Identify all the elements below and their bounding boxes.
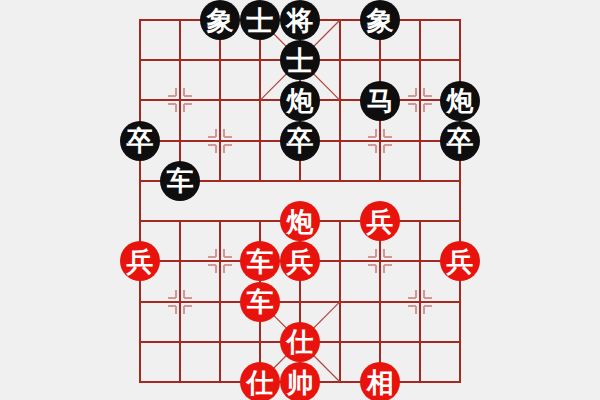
- piece-black-chariot[interactable]: 车: [160, 161, 200, 201]
- board-point[interactable]: 车: [160, 161, 200, 201]
- board-point[interactable]: [320, 241, 360, 281]
- board-point[interactable]: 炮: [280, 201, 320, 241]
- piece-black-soldier[interactable]: 卒: [440, 121, 480, 161]
- piece-red-soldier[interactable]: 兵: [280, 241, 320, 281]
- piece-black-elephant[interactable]: 象: [360, 0, 400, 40]
- board-point[interactable]: 将: [280, 0, 320, 40]
- board-point[interactable]: [400, 40, 440, 80]
- board-point[interactable]: [120, 282, 160, 322]
- piece-black-soldier[interactable]: 卒: [120, 121, 160, 161]
- board-point[interactable]: 象: [200, 0, 240, 40]
- board-point[interactable]: [400, 201, 440, 241]
- board-point[interactable]: [160, 201, 200, 241]
- board-point[interactable]: [320, 121, 360, 161]
- piece-black-elephant[interactable]: 象: [200, 0, 240, 40]
- board-point[interactable]: [200, 201, 240, 241]
- board-point[interactable]: [440, 201, 480, 241]
- piece-red-soldier[interactable]: 兵: [440, 241, 480, 281]
- board-point[interactable]: [360, 161, 400, 201]
- board-point[interactable]: [200, 80, 240, 120]
- piece-red-soldier[interactable]: 兵: [360, 201, 400, 241]
- board-point[interactable]: [400, 282, 440, 322]
- board-point[interactable]: [160, 40, 200, 80]
- board-point[interactable]: [320, 40, 360, 80]
- piece-black-soldier[interactable]: 卒: [280, 121, 320, 161]
- xiangqi-board[interactable]: 象士将象士炮马炮卒卒卒车炮兵兵车兵兵车仕仕帅相: [120, 0, 480, 400]
- xiangqi-app: 象士将象士炮马炮卒卒卒车炮兵兵车兵兵车仕仕帅相: [0, 0, 600, 400]
- board-point[interactable]: 兵: [440, 241, 480, 281]
- piece-red-soldier[interactable]: 兵: [120, 241, 160, 281]
- piece-black-advisor[interactable]: 士: [240, 0, 280, 40]
- board-point[interactable]: [440, 322, 480, 362]
- board-point[interactable]: [240, 161, 280, 201]
- board-point[interactable]: [200, 161, 240, 201]
- board-point[interactable]: [240, 121, 280, 161]
- board-point[interactable]: [240, 80, 280, 120]
- board-point[interactable]: [120, 0, 160, 40]
- piece-red-cannon[interactable]: 炮: [280, 201, 320, 241]
- board-point[interactable]: [160, 121, 200, 161]
- board-point[interactable]: [200, 241, 240, 281]
- board-point[interactable]: [240, 40, 280, 80]
- board-point[interactable]: [200, 322, 240, 362]
- board-point[interactable]: [160, 282, 200, 322]
- board-point[interactable]: [440, 282, 480, 322]
- board-point[interactable]: [360, 322, 400, 362]
- board-point[interactable]: [400, 0, 440, 40]
- board-point[interactable]: [320, 161, 360, 201]
- board-point[interactable]: [400, 121, 440, 161]
- board-point[interactable]: [440, 0, 480, 40]
- board-point[interactable]: [440, 161, 480, 201]
- board-point[interactable]: [360, 40, 400, 80]
- board-point[interactable]: [120, 362, 160, 400]
- board-point[interactable]: [280, 161, 320, 201]
- board-point[interactable]: [280, 282, 320, 322]
- board-point[interactable]: [200, 121, 240, 161]
- board-point[interactable]: [360, 241, 400, 281]
- board-point[interactable]: [200, 40, 240, 80]
- board-point[interactable]: [400, 80, 440, 120]
- board-point[interactable]: 兵: [280, 241, 320, 281]
- piece-red-advisor[interactable]: 仕: [280, 322, 320, 362]
- board-point[interactable]: [200, 282, 240, 322]
- board-point[interactable]: [160, 362, 200, 400]
- board-point[interactable]: 卒: [280, 121, 320, 161]
- piece-black-advisor[interactable]: 士: [280, 40, 320, 80]
- board-point[interactable]: [320, 80, 360, 120]
- board-point[interactable]: 卒: [120, 121, 160, 161]
- board-point[interactable]: [320, 0, 360, 40]
- board-point[interactable]: [160, 80, 200, 120]
- board-point[interactable]: 帅: [280, 362, 320, 400]
- board-point[interactable]: 仕: [240, 362, 280, 400]
- board-point[interactable]: 士: [280, 40, 320, 80]
- board-point[interactable]: [120, 322, 160, 362]
- board-point[interactable]: 相: [360, 362, 400, 400]
- piece-red-advisor[interactable]: 仕: [240, 362, 280, 400]
- board-point[interactable]: [320, 282, 360, 322]
- board-point[interactable]: 炮: [440, 80, 480, 120]
- piece-red-chariot[interactable]: 车: [240, 241, 280, 281]
- board-point[interactable]: 士: [240, 0, 280, 40]
- board-point[interactable]: [440, 362, 480, 400]
- piece-black-general[interactable]: 将: [280, 0, 320, 40]
- piece-black-cannon[interactable]: 炮: [440, 81, 480, 121]
- board-point[interactable]: [120, 161, 160, 201]
- board-point[interactable]: [320, 362, 360, 400]
- board-point[interactable]: 仕: [280, 322, 320, 362]
- board-point[interactable]: 车: [240, 241, 280, 281]
- board-point[interactable]: 车: [240, 282, 280, 322]
- piece-red-chariot[interactable]: 车: [240, 282, 280, 322]
- board-point[interactable]: 炮: [280, 80, 320, 120]
- board-point[interactable]: [400, 322, 440, 362]
- piece-black-cannon[interactable]: 炮: [280, 81, 320, 121]
- board-point[interactable]: [200, 362, 240, 400]
- board-point[interactable]: [120, 201, 160, 241]
- board-point[interactable]: 象: [360, 0, 400, 40]
- board-point[interactable]: [400, 362, 440, 400]
- board-point[interactable]: [320, 322, 360, 362]
- board-point[interactable]: [360, 121, 400, 161]
- board-point[interactable]: [240, 322, 280, 362]
- board-point[interactable]: 马: [360, 80, 400, 120]
- board-point[interactable]: 兵: [360, 201, 400, 241]
- board-point[interactable]: [400, 241, 440, 281]
- board-point[interactable]: [240, 201, 280, 241]
- board-point[interactable]: [160, 241, 200, 281]
- board-point[interactable]: [120, 80, 160, 120]
- board-point[interactable]: [120, 40, 160, 80]
- board-point[interactable]: [320, 201, 360, 241]
- piece-red-elephant[interactable]: 相: [360, 362, 400, 400]
- board-point[interactable]: [400, 161, 440, 201]
- piece-black-horse[interactable]: 马: [360, 81, 400, 121]
- board-point[interactable]: 兵: [120, 241, 160, 281]
- board-point[interactable]: [160, 0, 200, 40]
- board-point[interactable]: [360, 282, 400, 322]
- board-point[interactable]: 卒: [440, 121, 480, 161]
- board-point[interactable]: [160, 322, 200, 362]
- board-point[interactable]: [440, 40, 480, 80]
- piece-red-general[interactable]: 帅: [280, 362, 320, 400]
